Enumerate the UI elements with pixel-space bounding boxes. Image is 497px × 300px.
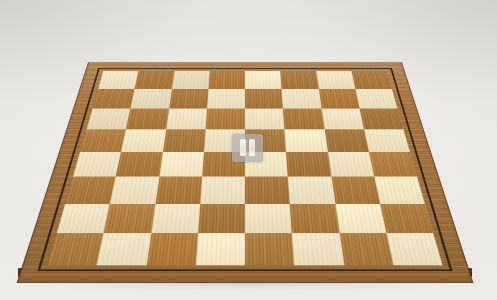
square-d3 (200, 177, 245, 204)
square-a3 (65, 177, 116, 204)
square-h1 (386, 233, 442, 265)
square-c1 (146, 233, 198, 265)
square-a8 (98, 71, 139, 89)
square-g8 (316, 71, 355, 89)
square-f2 (290, 204, 339, 233)
board-grid (47, 71, 442, 266)
square-b7 (131, 89, 172, 108)
square-d1 (196, 233, 245, 265)
square-h8 (351, 71, 392, 89)
square-e8 (245, 71, 282, 89)
square-c4 (159, 152, 204, 177)
square-g2 (335, 204, 386, 233)
square-f6 (283, 108, 324, 129)
square-g6 (321, 108, 364, 129)
square-f3 (288, 177, 335, 204)
square-g4 (328, 152, 375, 177)
square-d2 (198, 204, 245, 233)
watermark-piece-icon (249, 139, 255, 156)
square-h3 (374, 177, 425, 204)
square-h6 (359, 108, 403, 129)
square-f8 (280, 71, 318, 89)
square-b8 (135, 71, 174, 89)
square-b3 (110, 177, 159, 204)
square-d8 (208, 71, 245, 89)
square-f5 (285, 129, 328, 152)
watermark-piece-icon (240, 139, 246, 156)
square-h7 (355, 89, 397, 108)
square-a5 (80, 129, 126, 152)
square-g5 (324, 129, 369, 152)
square-a1 (47, 233, 103, 265)
watermark-logo (232, 134, 263, 162)
square-e6 (245, 108, 285, 129)
square-g7 (318, 89, 359, 108)
square-a6 (87, 108, 131, 129)
square-c6 (166, 108, 207, 129)
square-f4 (286, 152, 331, 177)
square-e1 (245, 233, 294, 265)
square-b6 (126, 108, 169, 129)
square-a4 (73, 152, 121, 177)
square-c8 (172, 71, 210, 89)
square-b5 (121, 129, 166, 152)
square-b2 (104, 204, 155, 233)
square-h2 (380, 204, 433, 233)
square-d6 (205, 108, 245, 129)
square-g1 (339, 233, 393, 265)
square-h5 (364, 129, 410, 152)
square-b4 (116, 152, 163, 177)
square-e2 (245, 204, 292, 233)
square-a2 (57, 204, 110, 233)
square-f1 (292, 233, 344, 265)
chess-board (17, 62, 474, 283)
square-h4 (369, 152, 417, 177)
square-b1 (97, 233, 151, 265)
square-c5 (163, 129, 206, 152)
photo-background (0, 0, 497, 300)
square-c7 (169, 89, 209, 108)
square-e7 (245, 89, 283, 108)
square-c2 (151, 204, 200, 233)
square-a7 (93, 89, 135, 108)
square-e3 (245, 177, 290, 204)
square-g3 (331, 177, 380, 204)
square-d7 (207, 89, 245, 108)
square-f7 (282, 89, 322, 108)
square-c3 (155, 177, 202, 204)
